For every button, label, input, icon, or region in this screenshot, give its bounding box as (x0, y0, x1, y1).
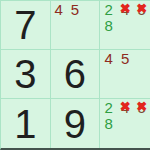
given-digit: 6 (64, 54, 86, 94)
cross-out-icon: ✖ (120, 100, 131, 113)
given-digit-wrap: 6 (51, 50, 100, 98)
given-digit: 7 (14, 5, 36, 45)
cell-r1c3[interactable]: 24✖5✖8 (100, 1, 150, 50)
cell-r2c1[interactable]: 3 (1, 50, 51, 99)
pair-candidate: 4 (104, 51, 112, 66)
cell-r1c1[interactable]: 7 (1, 1, 51, 50)
cell-r3c1[interactable]: 1 (1, 99, 51, 148)
given-digit: 1 (14, 104, 36, 144)
cell-r2c3[interactable]: 45 (100, 50, 150, 99)
given-digit-wrap: 3 (1, 50, 50, 98)
given-digit-wrap: 9 (51, 99, 100, 148)
pair-candidate: 5 (121, 51, 129, 66)
candidate-minigrid: 45 (100, 50, 150, 98)
candidate-minigrid: 24✖5✖8 (100, 99, 150, 148)
kept-candidate: 8 (104, 116, 112, 131)
cell-r1c2[interactable]: 45 (51, 1, 101, 50)
given-digit-wrap: 1 (1, 99, 50, 148)
eliminated-candidate: 5✖ (138, 2, 146, 17)
cell-r3c3[interactable]: 24✖5✖8 (100, 99, 150, 148)
kept-candidate: 2 (104, 100, 112, 115)
given-digit: 9 (64, 104, 86, 144)
given-digit: 3 (14, 54, 36, 94)
cross-out-icon: ✖ (120, 2, 131, 15)
cross-out-icon: ✖ (136, 2, 147, 15)
candidate-minigrid: 24✖5✖8 (100, 1, 150, 49)
given-digit-wrap: 7 (1, 1, 50, 49)
pair-candidate: 4 (55, 2, 63, 17)
candidate-minigrid: 45 (51, 1, 100, 49)
sudoku-board: 74524✖5✖836451924✖5✖8 (0, 0, 150, 150)
eliminated-candidate: 4✖ (121, 100, 129, 115)
cell-r3c2[interactable]: 9 (51, 99, 101, 148)
kept-candidate: 2 (104, 2, 112, 17)
cross-out-icon: ✖ (136, 100, 147, 113)
eliminated-candidate: 5✖ (138, 100, 146, 115)
kept-candidate: 8 (104, 18, 112, 33)
cell-r2c2[interactable]: 6 (51, 50, 101, 99)
pair-candidate: 5 (71, 2, 79, 17)
eliminated-candidate: 4✖ (121, 2, 129, 17)
